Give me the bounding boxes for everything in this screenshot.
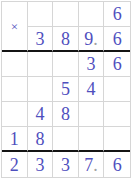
partial-product-1-row-cell-c2 [28,52,54,77]
multiplier-row-cell-c5: 6 [104,2,130,27]
partial-product-1-row-cell-c4: 3 [79,52,105,77]
partial-product-4-row-cell-c1: 1 [2,127,28,152]
decimal-point: . [93,156,98,174]
partial-product-4-row-cell-c4 [79,127,105,152]
multiplicand-row-cell-c2: 3 [28,27,54,52]
partial-product-1-row-cell-c3 [53,52,79,77]
partial-product-3-row-cell-c4 [79,102,105,127]
partial-product-4-row-cell-c5 [104,127,130,152]
partial-product-3-row-cell-c5 [104,102,130,127]
multiplier-row-cell-c3 [53,2,79,27]
partial-product-3-row-cell-c1 [2,102,28,127]
partial-product-3-row-cell-c2: 4 [28,102,54,127]
partial-product-3-row-cell-c3: 8 [53,102,79,127]
partial-product-2-row-cell-c5 [104,77,130,102]
product-row-cell-c5: 6 [104,152,130,177]
partial-product-2-row-cell-c4: 4 [79,77,105,102]
multiplication-worksheet: ×6389.6365448182337.6 [0,0,132,179]
product-row-cell-c1: 2 [2,152,28,177]
partial-product-4-row-cell-c3 [53,127,79,152]
digit: 9 [84,30,93,48]
partial-product-2-row-cell-c1 [2,77,28,102]
multiply-sign-cell: × [2,2,28,52]
multiplicand-row-cell-c4: 9. [79,27,105,52]
partial-product-2-row-cell-c3: 5 [53,77,79,102]
decimal-point: . [93,30,98,48]
partial-product-2-row-cell-c2 [28,77,54,102]
product-row-cell-c3: 3 [53,152,79,177]
multiply-sign: × [11,20,18,33]
multiplication-grid: ×6389.6365448182337.6 [1,1,131,178]
digit: 7 [84,156,93,174]
product-row-cell-c4: 7. [79,152,105,177]
partial-product-4-row-cell-c2: 8 [28,127,54,152]
product-row-cell-c2: 3 [28,152,54,177]
multiplier-row-cell-c2 [28,2,54,27]
partial-product-1-row-cell-c5: 6 [104,52,130,77]
multiplicand-row-cell-c5: 6 [104,27,130,52]
multiplicand-row-cell-c3: 8 [53,27,79,52]
multiplier-row-cell-c4 [79,2,105,27]
partial-product-1-row-cell-c1 [2,52,28,77]
